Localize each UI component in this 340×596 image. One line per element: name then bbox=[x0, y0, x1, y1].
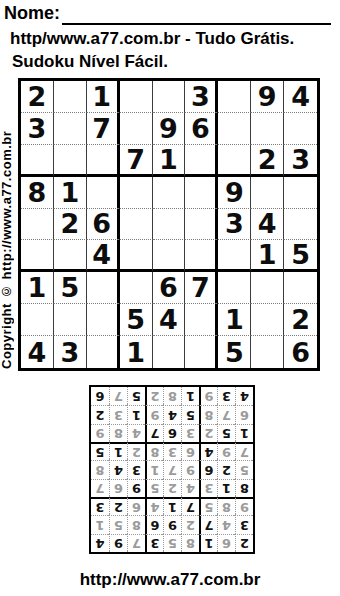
solution-cell-r8c4: 5 bbox=[181, 405, 199, 423]
cell-r4c5[interactable] bbox=[153, 177, 186, 209]
solution-cell-r2c5: 9 bbox=[163, 515, 181, 533]
cell-r4c4[interactable] bbox=[120, 177, 153, 209]
solution-cell-r3c4: 7 bbox=[181, 497, 199, 515]
solution-cell-r6c1: 7 bbox=[235, 442, 253, 460]
cell-r3c3[interactable] bbox=[87, 145, 120, 177]
cell-r7c5: 6 bbox=[153, 272, 186, 304]
cell-r1c5[interactable] bbox=[153, 81, 186, 113]
solution-cell-r3c5: 1 bbox=[163, 497, 181, 515]
cell-r2c2[interactable] bbox=[54, 113, 87, 145]
cell-r9c3[interactable] bbox=[87, 336, 120, 368]
cell-r4c8[interactable] bbox=[251, 177, 284, 209]
solution-cell-r1c3: 1 bbox=[199, 534, 217, 552]
solution-cell-r5c5: 7 bbox=[163, 460, 181, 478]
cell-r3c7[interactable] bbox=[218, 145, 251, 177]
solution-cell-r7c3: 2 bbox=[199, 424, 217, 442]
solution-cell-r8c6: 9 bbox=[145, 405, 163, 423]
solution-cell-r5c1: 5 bbox=[235, 460, 253, 478]
solution-cell-r3c2: 8 bbox=[217, 497, 235, 515]
cell-r5c5[interactable] bbox=[153, 209, 186, 241]
solution-cell-r4c9: 7 bbox=[91, 479, 109, 497]
cell-r7c1: 1 bbox=[21, 272, 54, 304]
cell-r6c8: 1 bbox=[251, 240, 284, 272]
cell-r8c4: 5 bbox=[120, 304, 153, 336]
cell-r2c4[interactable] bbox=[120, 113, 153, 145]
cell-r7c4[interactable] bbox=[120, 272, 153, 304]
cell-r4c3[interactable] bbox=[87, 177, 120, 209]
cell-r4c2: 1 bbox=[54, 177, 87, 209]
cell-r7c6: 7 bbox=[185, 272, 218, 304]
cell-r6c6[interactable] bbox=[185, 240, 218, 272]
cell-r1c4[interactable] bbox=[120, 81, 153, 113]
cell-r2c3: 7 bbox=[87, 113, 120, 145]
cell-r3c6[interactable] bbox=[185, 145, 218, 177]
footer-url: http://www.a77.com.br bbox=[0, 570, 340, 590]
solution-cell-r5c2: 2 bbox=[217, 460, 235, 478]
name-row: Nome: bbox=[4, 3, 331, 25]
cell-r2c1: 3 bbox=[21, 113, 54, 145]
solution-cell-r4c1: 8 bbox=[235, 479, 253, 497]
solution-cell-r8c2: 7 bbox=[217, 405, 235, 423]
cell-r4c1: 8 bbox=[21, 177, 54, 209]
cell-r1c2[interactable] bbox=[54, 81, 87, 113]
cell-r3c8: 2 bbox=[251, 145, 284, 177]
cell-r6c5[interactable] bbox=[153, 240, 186, 272]
cell-r6c3: 4 bbox=[87, 240, 120, 272]
cell-r3c5: 1 bbox=[153, 145, 186, 177]
solution-cell-r3c6: 4 bbox=[145, 497, 163, 515]
cell-r2c9[interactable] bbox=[284, 113, 317, 145]
solution-cell-r6c3: 4 bbox=[199, 442, 217, 460]
cell-r2c5: 9 bbox=[153, 113, 186, 145]
solution-cell-r5c8: 4 bbox=[109, 460, 127, 478]
solution-cell-r6c8: 1 bbox=[109, 442, 127, 460]
name-blank-line[interactable] bbox=[62, 4, 331, 25]
cell-r1c7[interactable] bbox=[218, 81, 251, 113]
cell-r6c1[interactable] bbox=[21, 240, 54, 272]
cell-r7c3[interactable] bbox=[87, 272, 120, 304]
cell-r1c3: 1 bbox=[87, 81, 120, 113]
solution-cell-r7c7: 4 bbox=[127, 424, 145, 442]
cell-r3c4: 7 bbox=[120, 145, 153, 177]
cell-r4c7: 9 bbox=[218, 177, 251, 209]
solution-cell-r2c9: 1 bbox=[91, 515, 109, 533]
solution-cell-r2c2: 4 bbox=[217, 515, 235, 533]
cell-r5c7: 3 bbox=[218, 209, 251, 241]
cell-r2c7[interactable] bbox=[218, 113, 251, 145]
cell-r7c7[interactable] bbox=[218, 272, 251, 304]
solution-cell-r5c4: 9 bbox=[181, 460, 199, 478]
solution-cell-r4c8: 6 bbox=[109, 479, 127, 497]
solution-cell-r9c5: 8 bbox=[163, 387, 181, 405]
cell-r8c1[interactable] bbox=[21, 304, 54, 336]
solution-cell-r4c3: 3 bbox=[199, 479, 217, 497]
solution-cell-r9c6: 2 bbox=[145, 387, 163, 405]
solution-cell-r4c5: 2 bbox=[163, 479, 181, 497]
cell-r4c9[interactable] bbox=[284, 177, 317, 209]
solution-cell-r4c2: 1 bbox=[217, 479, 235, 497]
solution-cell-r7c5: 6 bbox=[163, 424, 181, 442]
cell-r1c9: 4 bbox=[284, 81, 317, 113]
solution-cell-r8c8: 3 bbox=[109, 405, 127, 423]
solution-cell-r9c7: 5 bbox=[127, 387, 145, 405]
name-label: Nome: bbox=[4, 3, 60, 25]
solution-grid-upside-down: 2618537943472968519857146238134259675269… bbox=[89, 385, 255, 554]
solution-cell-r4c4: 4 bbox=[181, 479, 199, 497]
cell-r8c2[interactable] bbox=[54, 304, 87, 336]
solution-cell-r4c6: 5 bbox=[145, 479, 163, 497]
solution-cell-r9c3: 9 bbox=[199, 387, 217, 405]
solution-cell-r9c2: 3 bbox=[217, 387, 235, 405]
solution-cell-r7c1: 1 bbox=[235, 424, 253, 442]
solution-cell-r6c5: 3 bbox=[163, 442, 181, 460]
solution-cell-r8c1: 6 bbox=[235, 405, 253, 423]
solution-cell-r7c4: 3 bbox=[181, 424, 199, 442]
cell-r4c6[interactable] bbox=[185, 177, 218, 209]
cell-r3c9: 3 bbox=[284, 145, 317, 177]
cell-r8c9: 2 bbox=[284, 304, 317, 336]
cell-r9c2: 3 bbox=[54, 336, 87, 368]
solution-cell-r8c9: 2 bbox=[91, 405, 109, 423]
cell-r1c8: 9 bbox=[251, 81, 284, 113]
solution-cell-r6c6: 8 bbox=[145, 442, 163, 460]
solution-cell-r1c6: 3 bbox=[145, 534, 163, 552]
cell-r5c9[interactable] bbox=[284, 209, 317, 241]
cell-r9c8[interactable] bbox=[251, 336, 284, 368]
cell-r9c6[interactable] bbox=[185, 336, 218, 368]
cell-r9c4: 1 bbox=[120, 336, 153, 368]
cell-r9c5[interactable] bbox=[153, 336, 186, 368]
cell-r9c9: 6 bbox=[284, 336, 317, 368]
solution-cell-r9c1: 4 bbox=[235, 387, 253, 405]
cell-r5c4[interactable] bbox=[120, 209, 153, 241]
cell-r9c7: 5 bbox=[218, 336, 251, 368]
cell-r7c8[interactable] bbox=[251, 272, 284, 304]
cell-r5c1[interactable] bbox=[21, 209, 54, 241]
solution-cell-r5c3: 6 bbox=[199, 460, 217, 478]
solution-cell-r5c7: 3 bbox=[127, 460, 145, 478]
copyright-vertical-text: Copyright © http://www.a77.com.br bbox=[0, 75, 17, 425]
cell-r8c7: 1 bbox=[218, 304, 251, 336]
solution-cell-r7c6: 7 bbox=[145, 424, 163, 442]
cell-r5c2: 2 bbox=[54, 209, 87, 241]
solution-cell-r2c3: 7 bbox=[199, 515, 217, 533]
cell-r6c9: 5 bbox=[284, 240, 317, 272]
solution-cell-r7c8: 8 bbox=[109, 424, 127, 442]
cell-r2c8[interactable] bbox=[251, 113, 284, 145]
cell-r7c9[interactable] bbox=[284, 272, 317, 304]
site-headline: http/www.a77.com.br - Tudo Grátis. bbox=[10, 29, 294, 49]
solution-cell-r2c4: 2 bbox=[181, 515, 199, 533]
solution-cell-r5c6: 1 bbox=[145, 460, 163, 478]
solution-cell-r3c7: 6 bbox=[127, 497, 145, 515]
solution-cell-r2c6: 6 bbox=[145, 515, 163, 533]
solution-cell-r3c3: 5 bbox=[199, 497, 217, 515]
solution-cell-r6c9: 5 bbox=[91, 442, 109, 460]
solution-cell-r6c7: 2 bbox=[127, 442, 145, 460]
cell-r5c6[interactable] bbox=[185, 209, 218, 241]
cell-r7c2: 5 bbox=[54, 272, 87, 304]
solution-cell-r6c4: 6 bbox=[181, 442, 199, 460]
solution-cell-r1c9: 4 bbox=[91, 534, 109, 552]
solution-cell-r3c1: 9 bbox=[235, 497, 253, 515]
solution-cell-r4c7: 9 bbox=[127, 479, 145, 497]
solution-cell-r3c9: 3 bbox=[91, 497, 109, 515]
cell-r1c6: 3 bbox=[185, 81, 218, 113]
cell-r1c1: 2 bbox=[21, 81, 54, 113]
cell-r6c7[interactable] bbox=[218, 240, 251, 272]
cell-r8c8[interactable] bbox=[251, 304, 284, 336]
cell-r2c6: 6 bbox=[185, 113, 218, 145]
solution-cell-r2c7: 8 bbox=[127, 515, 145, 533]
solution-cell-r1c4: 8 bbox=[181, 534, 199, 552]
solution-cell-r3c8: 2 bbox=[109, 497, 127, 515]
solution-cell-r1c1: 2 bbox=[235, 534, 253, 552]
solution-cell-r7c2: 5 bbox=[217, 424, 235, 442]
solution-cell-r1c7: 7 bbox=[127, 534, 145, 552]
cell-r5c8: 4 bbox=[251, 209, 284, 241]
solution-cell-r8c3: 8 bbox=[199, 405, 217, 423]
solution-cell-r1c5: 5 bbox=[163, 534, 181, 552]
cell-r5c3: 6 bbox=[87, 209, 120, 241]
sudoku-grid: 213943796712381926344151567541243156 bbox=[18, 78, 320, 371]
sudoku-worksheet: Nome: http/www.a77.com.br - Tudo Grátis.… bbox=[0, 0, 340, 596]
cell-r8c6[interactable] bbox=[185, 304, 218, 336]
solution-cell-r7c9: 9 bbox=[91, 424, 109, 442]
solution-cell-r9c8: 7 bbox=[109, 387, 127, 405]
solution-cell-r9c4: 1 bbox=[181, 387, 199, 405]
cell-r3c2[interactable] bbox=[54, 145, 87, 177]
cell-r3c1[interactable] bbox=[21, 145, 54, 177]
cell-r6c2[interactable] bbox=[54, 240, 87, 272]
cell-r8c3[interactable] bbox=[87, 304, 120, 336]
solution-cell-r1c8: 9 bbox=[109, 534, 127, 552]
solution-cell-r6c2: 9 bbox=[217, 442, 235, 460]
solution-cell-r5c9: 8 bbox=[91, 460, 109, 478]
solution-cell-r2c1: 3 bbox=[235, 515, 253, 533]
cell-r6c4[interactable] bbox=[120, 240, 153, 272]
solution-cell-r8c5: 4 bbox=[163, 405, 181, 423]
solution-cell-r1c2: 6 bbox=[217, 534, 235, 552]
page-title: Sudoku Nível Fácil. bbox=[12, 52, 168, 72]
solution-cell-r9c9: 6 bbox=[91, 387, 109, 405]
cell-r8c5: 4 bbox=[153, 304, 186, 336]
cell-r9c1: 4 bbox=[21, 336, 54, 368]
solution-cell-r2c8: 5 bbox=[109, 515, 127, 533]
solution-cell-r8c7: 1 bbox=[127, 405, 145, 423]
